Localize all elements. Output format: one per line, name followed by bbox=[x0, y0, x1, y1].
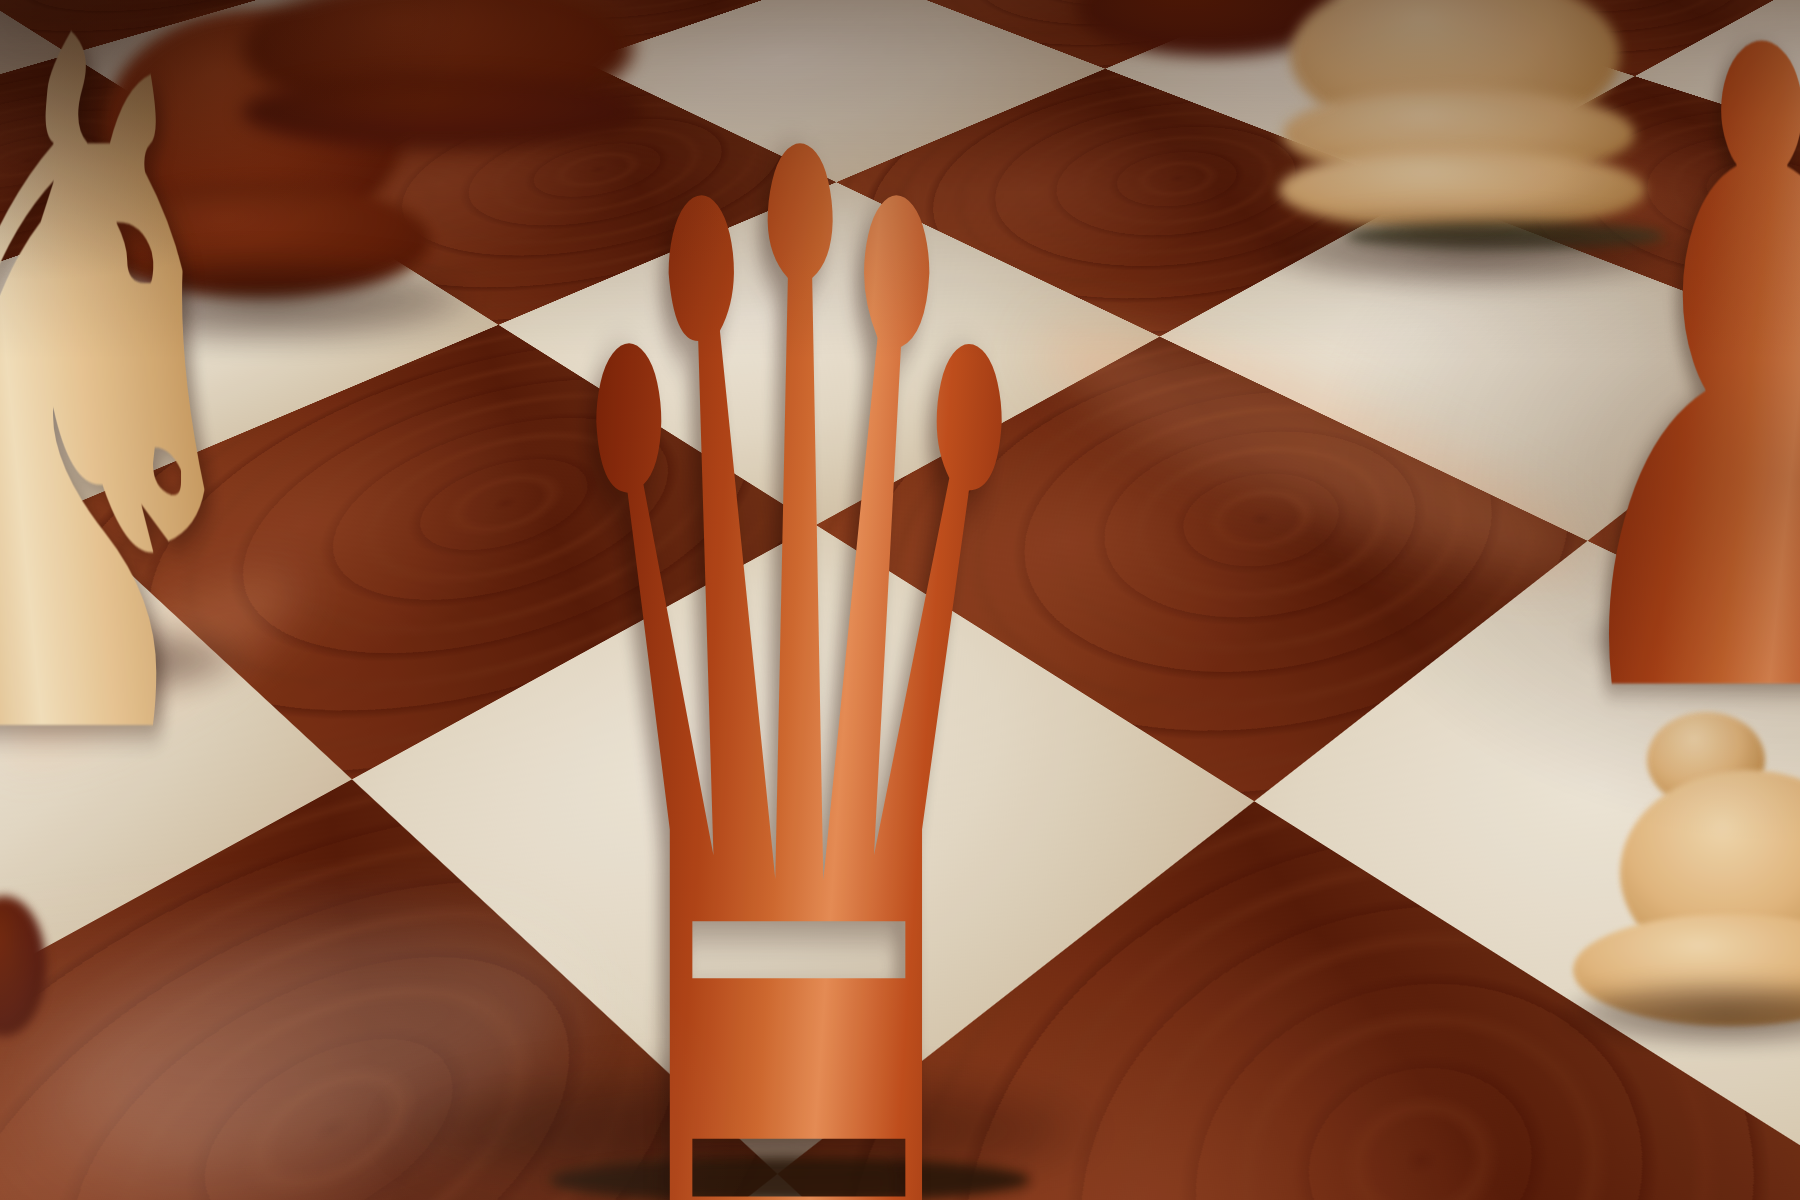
chess-photo-stage: ♛♞♟ bbox=[0, 0, 1800, 1200]
padauk-queen-piece[interactable]: ♛ bbox=[530, 0, 1068, 1200]
